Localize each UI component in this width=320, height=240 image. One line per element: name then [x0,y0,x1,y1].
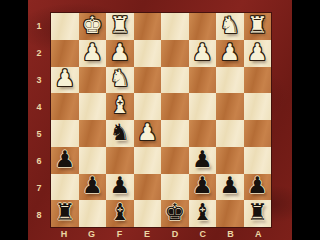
square-g6[interactable] [79,147,107,174]
square-c3[interactable] [189,67,217,94]
file-label-F: F [106,227,134,240]
square-h4[interactable] [51,93,79,120]
file-label-B: B [217,227,245,240]
piece-black-pawn[interactable]: ♟ [54,148,75,171]
square-a8[interactable]: ♜ [244,200,272,227]
file-label-C: C [189,227,217,240]
square-b5[interactable] [216,120,244,147]
square-h8[interactable]: ♜ [51,200,79,227]
square-g4[interactable] [79,93,107,120]
file-label-D: D [161,227,189,240]
square-b7[interactable]: ♟ [216,174,244,201]
square-b4[interactable] [216,93,244,120]
square-c4[interactable] [189,93,217,120]
square-f2[interactable]: ♟ [106,40,134,67]
square-h2[interactable] [51,40,79,67]
piece-white-rook[interactable]: ♜ [247,14,268,37]
square-b2[interactable]: ♟ [216,40,244,67]
square-d3[interactable] [161,67,189,94]
piece-white-pawn[interactable]: ♟ [109,41,130,64]
piece-black-pawn[interactable]: ♟ [82,174,103,197]
piece-black-pawn[interactable]: ♟ [247,174,268,197]
square-f5[interactable]: ♞ [106,120,134,147]
square-h3[interactable]: ♟ [51,67,79,94]
piece-white-rook[interactable]: ♜ [109,14,130,37]
piece-black-bishop[interactable]: ♝ [192,201,213,224]
piece-black-pawn[interactable]: ♟ [192,174,213,197]
square-b1[interactable]: ♞ [216,13,244,40]
piece-black-pawn[interactable]: ♟ [192,148,213,171]
square-d6[interactable] [161,147,189,174]
rank-label-8: 8 [28,201,50,228]
square-b6[interactable] [216,147,244,174]
square-a2[interactable]: ♟ [244,40,272,67]
square-a6[interactable] [244,147,272,174]
square-b8[interactable] [216,200,244,227]
chess-board[interactable]: ♚♜♞♜♟♟♟♟♟♟♞♝♞♟♟♟♟♟♟♟♟♜♝♚♝♜ [50,12,272,228]
square-d2[interactable] [161,40,189,67]
piece-white-bishop[interactable]: ♝ [109,94,130,117]
square-c1[interactable] [189,13,217,40]
square-h5[interactable] [51,120,79,147]
square-c2[interactable]: ♟ [189,40,217,67]
rank-label-4: 4 [28,93,50,120]
square-c8[interactable]: ♝ [189,200,217,227]
square-f1[interactable]: ♜ [106,13,134,40]
square-d8[interactable]: ♚ [161,200,189,227]
rank-label-5: 5 [28,120,50,147]
square-d4[interactable] [161,93,189,120]
piece-white-pawn[interactable]: ♟ [247,41,268,64]
piece-white-pawn[interactable]: ♟ [192,41,213,64]
square-e6[interactable] [134,147,162,174]
piece-white-pawn[interactable]: ♟ [82,41,103,64]
square-a7[interactable]: ♟ [244,174,272,201]
square-f6[interactable] [106,147,134,174]
piece-white-knight[interactable]: ♞ [219,14,240,37]
square-a3[interactable] [244,67,272,94]
square-h7[interactable] [51,174,79,201]
rank-labels: 12345678 [28,12,50,228]
square-e4[interactable] [134,93,162,120]
square-b3[interactable] [216,67,244,94]
square-f3[interactable]: ♞ [106,67,134,94]
piece-black-pawn[interactable]: ♟ [219,174,240,197]
piece-white-pawn[interactable]: ♟ [219,41,240,64]
square-h6[interactable]: ♟ [51,147,79,174]
square-a5[interactable] [244,120,272,147]
square-e7[interactable] [134,174,162,201]
file-label-A: A [244,227,272,240]
piece-white-king[interactable]: ♚ [82,14,103,37]
rank-label-2: 2 [28,39,50,66]
square-g8[interactable] [79,200,107,227]
square-g1[interactable]: ♚ [79,13,107,40]
piece-black-king[interactable]: ♚ [164,201,185,224]
square-e8[interactable] [134,200,162,227]
file-label-H: H [50,227,78,240]
square-e3[interactable] [134,67,162,94]
piece-white-pawn[interactable]: ♟ [54,67,75,90]
rank-label-6: 6 [28,147,50,174]
rank-label-3: 3 [28,66,50,93]
piece-black-pawn[interactable]: ♟ [109,174,130,197]
chess-app-window: 12345678 HGFEDCBA ♚♜♞♜♟♟♟♟♟♟♞♝♞♟♟♟♟♟♟♟♟♜… [0,0,320,240]
square-d7[interactable] [161,174,189,201]
square-d1[interactable] [161,13,189,40]
rank-label-1: 1 [28,12,50,39]
piece-black-rook[interactable]: ♜ [54,201,75,224]
square-c6[interactable]: ♟ [189,147,217,174]
piece-black-knight[interactable]: ♞ [109,121,130,144]
file-label-G: G [78,227,106,240]
square-f7[interactable]: ♟ [106,174,134,201]
square-a4[interactable] [244,93,272,120]
piece-black-rook[interactable]: ♜ [247,201,268,224]
square-d5[interactable] [161,120,189,147]
square-c5[interactable] [189,120,217,147]
square-g7[interactable]: ♟ [79,174,107,201]
square-e1[interactable] [134,13,162,40]
piece-white-knight[interactable]: ♞ [109,67,130,90]
square-c7[interactable]: ♟ [189,174,217,201]
piece-white-pawn[interactable]: ♟ [137,121,158,144]
square-e2[interactable] [134,40,162,67]
square-g3[interactable] [79,67,107,94]
square-g5[interactable] [79,120,107,147]
square-f8[interactable]: ♝ [106,200,134,227]
square-h1[interactable] [51,13,79,40]
square-f4[interactable]: ♝ [106,93,134,120]
file-label-E: E [133,227,161,240]
square-e5[interactable]: ♟ [134,120,162,147]
square-g2[interactable]: ♟ [79,40,107,67]
piece-black-bishop[interactable]: ♝ [109,201,130,224]
square-a1[interactable]: ♜ [244,13,272,40]
file-labels: HGFEDCBA [50,227,272,240]
rank-label-7: 7 [28,174,50,201]
